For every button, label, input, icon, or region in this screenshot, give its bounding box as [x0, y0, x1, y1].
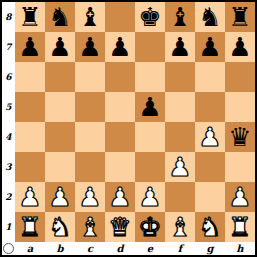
black-king-e8[interactable]: ♚ [135, 2, 165, 32]
file-label-b: b [45, 242, 75, 255]
square-d1[interactable]: ♛ [105, 212, 135, 242]
black-pawn-g7[interactable]: ♟ [195, 32, 225, 62]
square-a6[interactable] [15, 62, 45, 92]
square-d6[interactable] [105, 62, 135, 92]
white-bishop-f1[interactable]: ♝ [165, 212, 195, 242]
black-bishop-c8[interactable]: ♝ [75, 2, 105, 32]
black-pawn-c7[interactable]: ♟ [75, 32, 105, 62]
square-h8[interactable]: ♜ [225, 2, 255, 32]
white-pawn-f3[interactable]: ♟ [165, 152, 195, 182]
square-c2[interactable]: ♟ [75, 182, 105, 212]
square-c5[interactable] [75, 92, 105, 122]
white-bishop-c1[interactable]: ♝ [75, 212, 105, 242]
square-f7[interactable]: ♟ [165, 32, 195, 62]
square-h6[interactable] [225, 62, 255, 92]
square-b7[interactable]: ♟ [45, 32, 75, 62]
square-a1[interactable]: ♜ [15, 212, 45, 242]
square-d2[interactable]: ♟ [105, 182, 135, 212]
square-a7[interactable]: ♟ [15, 32, 45, 62]
square-b1[interactable]: ♞ [45, 212, 75, 242]
square-h4[interactable]: ♛ [225, 122, 255, 152]
square-a2[interactable]: ♟ [15, 182, 45, 212]
black-pawn-f7[interactable]: ♟ [165, 32, 195, 62]
white-pawn-h2[interactable]: ♟ [225, 182, 255, 212]
square-a8[interactable]: ♜ [15, 2, 45, 32]
white-to-move-indicator [2, 242, 15, 255]
black-knight-g8[interactable]: ♞ [195, 2, 225, 32]
black-bishop-f8[interactable]: ♝ [165, 2, 195, 32]
square-b2[interactable]: ♟ [45, 182, 75, 212]
square-g1[interactable]: ♞ [195, 212, 225, 242]
white-circle-icon [3, 243, 14, 254]
white-knight-b1[interactable]: ♞ [45, 212, 75, 242]
file-label-a: a [15, 242, 45, 255]
white-pawn-d2[interactable]: ♟ [105, 182, 135, 212]
file-label-d: d [105, 242, 135, 255]
white-pawn-e2[interactable]: ♟ [135, 182, 165, 212]
black-pawn-d7[interactable]: ♟ [105, 32, 135, 62]
rank-label-8: 8 [2, 2, 15, 32]
white-king-e1[interactable]: ♚ [135, 212, 165, 242]
square-f3[interactable]: ♟ [165, 152, 195, 182]
black-pawn-h7[interactable]: ♟ [225, 32, 255, 62]
white-pawn-c2[interactable]: ♟ [75, 182, 105, 212]
white-rook-h1[interactable]: ♜ [225, 212, 255, 242]
white-pawn-g4[interactable]: ♟ [195, 122, 225, 152]
square-f6[interactable] [165, 62, 195, 92]
black-rook-a8[interactable]: ♜ [15, 2, 45, 32]
square-a5[interactable] [15, 92, 45, 122]
file-label-h: h [225, 242, 255, 255]
black-pawn-e5[interactable]: ♟ [135, 92, 165, 122]
file-label-g: g [195, 242, 225, 255]
square-c8[interactable]: ♝ [75, 2, 105, 32]
square-c4[interactable] [75, 122, 105, 152]
black-rook-h8[interactable]: ♜ [225, 2, 255, 32]
file-label-f: f [165, 242, 195, 255]
square-e6[interactable] [135, 62, 165, 92]
white-pawn-b2[interactable]: ♟ [45, 182, 75, 212]
square-f5[interactable] [165, 92, 195, 122]
square-g8[interactable]: ♞ [195, 2, 225, 32]
white-queen-d1[interactable]: ♛ [105, 212, 135, 242]
black-pawn-b7[interactable]: ♟ [45, 32, 75, 62]
square-e1[interactable]: ♚ [135, 212, 165, 242]
square-e4[interactable] [135, 122, 165, 152]
square-b5[interactable] [45, 92, 75, 122]
square-g6[interactable] [195, 62, 225, 92]
rank-label-6: 6 [2, 62, 15, 92]
rank-label-3: 3 [2, 152, 15, 182]
square-h7[interactable]: ♟ [225, 32, 255, 62]
square-d8[interactable] [105, 2, 135, 32]
white-pawn-a2[interactable]: ♟ [15, 182, 45, 212]
square-f4[interactable] [165, 122, 195, 152]
square-d5[interactable] [105, 92, 135, 122]
square-b8[interactable]: ♞ [45, 2, 75, 32]
file-labels: abcdefgh [15, 242, 255, 255]
file-label-c: c [75, 242, 105, 255]
chess-board-panel: 87654321 ♜♞♝♚♝♞♜♟♟♟♟♟♟♟♟♟♛♟♟♟♟♟♟♟♜♞♝♛♚♝♞… [0, 0, 257, 257]
square-h5[interactable] [225, 92, 255, 122]
square-f2[interactable] [165, 182, 195, 212]
chess-board[interactable]: ♜♞♝♚♝♞♜♟♟♟♟♟♟♟♟♟♛♟♟♟♟♟♟♟♜♞♝♛♚♝♞♜ [15, 2, 255, 242]
square-b6[interactable] [45, 62, 75, 92]
square-d3[interactable] [105, 152, 135, 182]
rank-label-2: 2 [2, 182, 15, 212]
rank-label-4: 4 [2, 122, 15, 152]
square-a4[interactable] [15, 122, 45, 152]
square-h2[interactable]: ♟ [225, 182, 255, 212]
rank-label-7: 7 [2, 32, 15, 62]
square-d7[interactable]: ♟ [105, 32, 135, 62]
square-c7[interactable]: ♟ [75, 32, 105, 62]
square-g3[interactable] [195, 152, 225, 182]
square-e7[interactable] [135, 32, 165, 62]
black-queen-h4[interactable]: ♛ [225, 122, 255, 152]
rank-label-1: 1 [2, 212, 15, 242]
square-b3[interactable] [45, 152, 75, 182]
square-g7[interactable]: ♟ [195, 32, 225, 62]
square-g4[interactable]: ♟ [195, 122, 225, 152]
square-c6[interactable] [75, 62, 105, 92]
white-rook-a1[interactable]: ♜ [15, 212, 45, 242]
square-a3[interactable] [15, 152, 45, 182]
square-g2[interactable] [195, 182, 225, 212]
square-g5[interactable] [195, 92, 225, 122]
square-h3[interactable] [225, 152, 255, 182]
square-e2[interactable]: ♟ [135, 182, 165, 212]
square-f8[interactable]: ♝ [165, 2, 195, 32]
rank-labels: 87654321 [2, 2, 15, 242]
white-knight-g1[interactable]: ♞ [195, 212, 225, 242]
square-c1[interactable]: ♝ [75, 212, 105, 242]
square-f1[interactable]: ♝ [165, 212, 195, 242]
square-e8[interactable]: ♚ [135, 2, 165, 32]
square-e3[interactable] [135, 152, 165, 182]
square-b4[interactable] [45, 122, 75, 152]
black-knight-b8[interactable]: ♞ [45, 2, 75, 32]
square-c3[interactable] [75, 152, 105, 182]
square-d4[interactable] [105, 122, 135, 152]
file-label-e: e [135, 242, 165, 255]
rank-label-5: 5 [2, 92, 15, 122]
square-e5[interactable]: ♟ [135, 92, 165, 122]
black-pawn-a7[interactable]: ♟ [15, 32, 45, 62]
square-h1[interactable]: ♜ [225, 212, 255, 242]
